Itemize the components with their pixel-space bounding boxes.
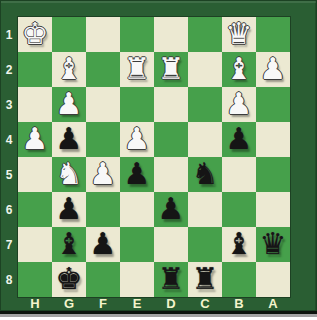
rank-label-7: 7: [0, 227, 18, 262]
square-c8: ♜: [188, 262, 222, 297]
square-b2: ♝: [222, 52, 256, 87]
white-bishop: ♝: [56, 54, 83, 84]
square-b4: ♟: [222, 122, 256, 157]
square-b7: ♝: [222, 227, 256, 262]
black-knight: ♞: [192, 159, 219, 189]
square-f1: [86, 17, 120, 52]
rank-label-2: 2: [0, 52, 18, 87]
square-f6: [86, 192, 120, 227]
square-d1: [154, 17, 188, 52]
black-king: ♚: [56, 264, 83, 294]
square-e7: [120, 227, 154, 262]
square-d4: [154, 122, 188, 157]
white-pawn: ♟: [124, 124, 151, 154]
square-d2: ♜: [154, 52, 188, 87]
square-c3: [188, 87, 222, 122]
rank-label-8: 8: [0, 262, 18, 297]
file-label-d: D: [154, 296, 188, 311]
square-h6: [18, 192, 52, 227]
black-pawn: ♟: [158, 194, 185, 224]
square-b3: ♟: [222, 87, 256, 122]
white-rook: ♜: [158, 54, 185, 84]
white-pawn: ♟: [226, 89, 253, 119]
black-rook: ♜: [192, 264, 219, 294]
square-c1: [188, 17, 222, 52]
square-h3: [18, 87, 52, 122]
square-h7: [18, 227, 52, 262]
file-label-g: G: [52, 296, 86, 311]
white-pawn: ♟: [260, 54, 287, 84]
square-e5: ♟: [120, 157, 154, 192]
square-b5: [222, 157, 256, 192]
file-label-b: B: [222, 296, 256, 311]
square-d3: [154, 87, 188, 122]
white-pawn: ♟: [90, 159, 117, 189]
black-pawn: ♟: [56, 194, 83, 224]
square-d7: [154, 227, 188, 262]
square-g4: ♟: [52, 122, 86, 157]
white-king: ♚: [22, 19, 49, 49]
black-pawn: ♟: [56, 124, 83, 154]
square-c4: [188, 122, 222, 157]
square-g6: ♟: [52, 192, 86, 227]
file-label-h: H: [18, 296, 52, 311]
square-g7: ♝: [52, 227, 86, 262]
file-label-f: F: [86, 296, 120, 311]
square-d8: ♜: [154, 262, 188, 297]
square-d6: ♟: [154, 192, 188, 227]
square-c2: [188, 52, 222, 87]
square-a6: [256, 192, 290, 227]
square-a4: [256, 122, 290, 157]
chess-diagram-screenshot: 12345678 ♚♛♝♜♜♝♟♟♟♟♟♟♟♞♟♟♞♟♟♝♟♝♛♚♜♜ HGFE…: [0, 0, 317, 320]
square-a1: [256, 17, 290, 52]
square-a7: ♛: [256, 227, 290, 262]
square-c6: [188, 192, 222, 227]
white-pawn: ♟: [22, 124, 49, 154]
white-pawn: ♟: [56, 89, 83, 119]
board-frame: 12345678 ♚♛♝♜♜♝♟♟♟♟♟♟♟♞♟♟♞♟♟♝♟♝♛♚♜♜ HGFE…: [0, 0, 317, 311]
square-a3: [256, 87, 290, 122]
white-queen: ♛: [226, 19, 253, 49]
black-bishop: ♝: [56, 229, 83, 259]
file-labels: HGFEDCBA: [18, 296, 290, 311]
square-a8: [256, 262, 290, 297]
black-queen: ♛: [260, 229, 287, 259]
rank-label-3: 3: [0, 87, 18, 122]
square-g3: ♟: [52, 87, 86, 122]
rank-label-4: 4: [0, 122, 18, 157]
square-g1: [52, 17, 86, 52]
black-pawn: ♟: [90, 229, 117, 259]
square-f5: ♟: [86, 157, 120, 192]
rank-labels: 12345678: [0, 17, 18, 297]
square-h5: [18, 157, 52, 192]
square-c5: ♞: [188, 157, 222, 192]
square-f2: [86, 52, 120, 87]
square-f8: [86, 262, 120, 297]
black-pawn: ♟: [124, 159, 151, 189]
chess-board: ♚♛♝♜♜♝♟♟♟♟♟♟♟♞♟♟♞♟♟♝♟♝♛♚♜♜: [18, 17, 290, 297]
square-e2: ♜: [120, 52, 154, 87]
white-knight: ♞: [56, 159, 83, 189]
square-h4: ♟: [18, 122, 52, 157]
square-e3: [120, 87, 154, 122]
square-d5: [154, 157, 188, 192]
square-e1: [120, 17, 154, 52]
file-label-a: A: [256, 296, 290, 311]
square-e6: [120, 192, 154, 227]
rank-label-1: 1: [0, 17, 18, 52]
bottom-shadow-line: [0, 314, 317, 317]
square-e4: ♟: [120, 122, 154, 157]
file-label-c: C: [188, 296, 222, 311]
rank-label-5: 5: [0, 157, 18, 192]
white-rook: ♜: [124, 54, 151, 84]
square-e8: [120, 262, 154, 297]
black-pawn: ♟: [226, 124, 253, 154]
square-h2: [18, 52, 52, 87]
square-h8: [18, 262, 52, 297]
file-label-e: E: [120, 296, 154, 311]
white-bishop: ♝: [226, 54, 253, 84]
square-b6: [222, 192, 256, 227]
square-g8: ♚: [52, 262, 86, 297]
black-bishop: ♝: [226, 229, 253, 259]
black-rook: ♜: [158, 264, 185, 294]
square-b1: ♛: [222, 17, 256, 52]
square-a5: [256, 157, 290, 192]
square-c7: [188, 227, 222, 262]
square-b8: [222, 262, 256, 297]
square-g2: ♝: [52, 52, 86, 87]
square-h1: ♚: [18, 17, 52, 52]
square-f4: [86, 122, 120, 157]
square-a2: ♟: [256, 52, 290, 87]
square-f7: ♟: [86, 227, 120, 262]
square-g5: ♞: [52, 157, 86, 192]
rank-label-6: 6: [0, 192, 18, 227]
square-f3: [86, 87, 120, 122]
